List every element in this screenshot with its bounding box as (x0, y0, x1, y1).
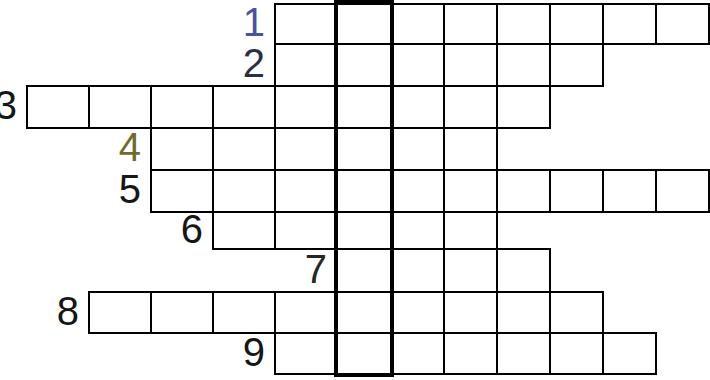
crossword-cell[interactable] (274, 127, 338, 171)
crossword-cell[interactable] (443, 332, 498, 375)
crossword-cell-keyword[interactable] (336, 169, 392, 213)
row-number-label: 3 (0, 85, 17, 125)
row-number-label: 7 (305, 249, 327, 289)
crossword-cell[interactable] (390, 211, 445, 250)
crossword-cell[interactable] (274, 291, 338, 334)
row-number-label: 8 (57, 291, 79, 331)
crossword-cell[interactable] (390, 169, 445, 213)
crossword-row: 1 (274, 3, 710, 45)
crossword-cell-keyword[interactable] (336, 43, 392, 87)
crossword-cell-keyword[interactable] (336, 332, 392, 375)
crossword-cell[interactable] (655, 169, 710, 213)
crossword-cell[interactable] (274, 211, 338, 250)
row-number-label: 4 (119, 127, 141, 167)
crossword-cell-keyword[interactable] (336, 3, 392, 45)
row-number-label: 5 (119, 169, 141, 209)
crossword-cell[interactable] (443, 169, 498, 213)
crossword-cell[interactable] (496, 332, 551, 375)
crossword-board: 123456789 (0, 0, 710, 380)
crossword-cell[interactable] (390, 43, 445, 87)
crossword-row: 4 (150, 127, 498, 171)
crossword-cell-keyword[interactable] (336, 248, 392, 293)
crossword-cell[interactable] (212, 85, 276, 129)
crossword-row: 6 (212, 211, 498, 250)
crossword-cell[interactable] (443, 43, 498, 87)
crossword-cell[interactable] (390, 291, 445, 334)
row-number-label: 6 (181, 209, 203, 249)
crossword-cell[interactable] (26, 85, 90, 129)
crossword-cell[interactable] (443, 248, 498, 293)
crossword-cell[interactable] (274, 169, 338, 213)
crossword-cell[interactable] (212, 211, 276, 250)
crossword-cell[interactable] (496, 85, 551, 129)
crossword-cell[interactable] (274, 332, 338, 375)
crossword-cell[interactable] (443, 3, 498, 45)
crossword-cell[interactable] (496, 248, 551, 293)
crossword-cell[interactable] (496, 43, 551, 87)
crossword-cell[interactable] (655, 3, 710, 45)
row-number-label: 2 (243, 43, 265, 83)
crossword-cell[interactable] (549, 169, 604, 213)
crossword-cell[interactable] (88, 85, 152, 129)
crossword-cell[interactable] (496, 3, 551, 45)
crossword-cell[interactable] (390, 127, 445, 171)
crossword-cell[interactable] (602, 332, 657, 375)
crossword-cell[interactable] (390, 248, 445, 293)
crossword-cell[interactable] (496, 291, 551, 334)
crossword-cell-keyword[interactable] (336, 211, 392, 250)
crossword-cell[interactable] (88, 291, 152, 334)
crossword-cell[interactable] (443, 211, 498, 250)
crossword-cell[interactable] (549, 43, 604, 87)
crossword-cell[interactable] (274, 85, 338, 129)
row-number-label: 9 (243, 332, 265, 372)
crossword-cell[interactable] (390, 3, 445, 45)
crossword-cell[interactable] (150, 127, 214, 171)
crossword-cell[interactable] (150, 291, 214, 334)
crossword-cell[interactable] (549, 3, 604, 45)
crossword-cell[interactable] (274, 43, 338, 87)
crossword-cell[interactable] (549, 291, 604, 334)
crossword-cell[interactable] (390, 85, 445, 129)
crossword-cell-keyword[interactable] (336, 85, 392, 129)
crossword-cell[interactable] (212, 127, 276, 171)
row-number-label: 1 (243, 2, 265, 42)
crossword-cell[interactable] (443, 127, 498, 171)
crossword-cell[interactable] (274, 3, 338, 45)
crossword-row: 9 (274, 332, 657, 375)
crossword-row: 8 (88, 291, 604, 334)
crossword-cell[interactable] (443, 85, 498, 129)
crossword-cell[interactable] (602, 3, 657, 45)
crossword-cell[interactable] (549, 332, 604, 375)
crossword-row: 3 (26, 85, 551, 129)
crossword-cell[interactable] (212, 291, 276, 334)
crossword-cell[interactable] (150, 85, 214, 129)
crossword-cell[interactable] (443, 291, 498, 334)
crossword-cell[interactable] (602, 169, 657, 213)
crossword-cell-keyword[interactable] (336, 127, 392, 171)
crossword-row: 7 (336, 248, 551, 293)
crossword-cell-keyword[interactable] (336, 291, 392, 334)
crossword-cell[interactable] (496, 169, 551, 213)
crossword-row: 2 (274, 43, 604, 87)
crossword-cell[interactable] (390, 332, 445, 375)
crossword-cell[interactable] (212, 169, 276, 213)
crossword-row: 5 (150, 169, 710, 213)
